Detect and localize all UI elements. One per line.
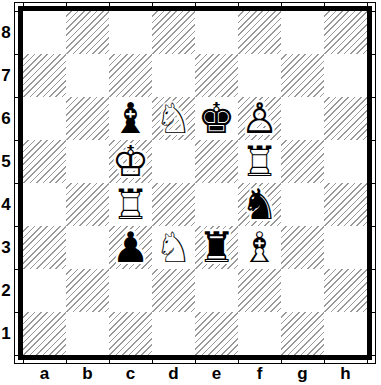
square-a2[interactable] [23, 269, 66, 312]
square-d5[interactable] [152, 140, 195, 183]
board-inner-frame: ♝♘♚♙♔♖♖♞♟♘♜♗ [18, 6, 372, 360]
grid-tick [15, 312, 18, 313]
piece-white-rook[interactable]: ♖ [112, 184, 150, 226]
grid-tick [372, 269, 375, 270]
piece-white-knight[interactable]: ♘ [155, 227, 193, 269]
grid-tick [372, 11, 375, 12]
square-e8[interactable] [195, 11, 238, 54]
grid-tick [23, 360, 24, 363]
square-b7[interactable] [66, 54, 109, 97]
piece-black-king[interactable]: ♚ [198, 98, 236, 140]
square-f6[interactable]: ♙ [238, 97, 281, 140]
square-a7[interactable] [23, 54, 66, 97]
grid-tick [15, 183, 18, 184]
grid-tick [15, 54, 18, 55]
square-h3[interactable] [324, 226, 367, 269]
square-e3[interactable]: ♜ [195, 226, 238, 269]
grid-tick [372, 140, 375, 141]
file-label-e: e [195, 364, 238, 385]
grid-tick [195, 360, 196, 363]
square-h4[interactable] [324, 183, 367, 226]
square-c1[interactable] [109, 312, 152, 355]
rank-label-6: 6 [0, 97, 12, 140]
piece-white-king[interactable]: ♔ [112, 141, 150, 183]
square-g2[interactable] [281, 269, 324, 312]
square-b1[interactable] [66, 312, 109, 355]
square-g6[interactable] [281, 97, 324, 140]
square-c8[interactable] [109, 11, 152, 54]
grid-tick [195, 3, 196, 6]
grid-tick [372, 183, 375, 184]
square-f5[interactable]: ♖ [238, 140, 281, 183]
rank-label-8: 8 [0, 11, 12, 54]
square-a1[interactable] [23, 312, 66, 355]
square-f8[interactable] [238, 11, 281, 54]
grid-tick [15, 355, 18, 356]
square-e1[interactable] [195, 312, 238, 355]
grid-tick [15, 140, 18, 141]
square-g1[interactable] [281, 312, 324, 355]
board-outer-frame: ♝♘♚♙♔♖♖♞♟♘♜♗ [14, 2, 376, 364]
square-h7[interactable] [324, 54, 367, 97]
square-f7[interactable] [238, 54, 281, 97]
grid-tick [372, 226, 375, 227]
grid-tick [15, 269, 18, 270]
square-e4[interactable] [195, 183, 238, 226]
square-f1[interactable] [238, 312, 281, 355]
square-c5[interactable]: ♔ [109, 140, 152, 183]
rank-label-4: 4 [0, 183, 12, 226]
file-label-c: c [109, 364, 152, 385]
grid-tick [372, 54, 375, 55]
grid-tick [15, 11, 18, 12]
square-h2[interactable] [324, 269, 367, 312]
grid-tick [324, 3, 325, 6]
square-c6[interactable]: ♝ [109, 97, 152, 140]
square-f3[interactable]: ♗ [238, 226, 281, 269]
grid-tick [109, 360, 110, 363]
square-e2[interactable] [195, 269, 238, 312]
square-g5[interactable] [281, 140, 324, 183]
file-label-b: b [66, 364, 109, 385]
square-b3[interactable] [66, 226, 109, 269]
square-e6[interactable]: ♚ [195, 97, 238, 140]
grid-tick [324, 360, 325, 363]
grid-tick [109, 3, 110, 6]
grid-tick [66, 360, 67, 363]
grid-tick [15, 97, 18, 98]
square-h8[interactable] [324, 11, 367, 54]
file-label-g: g [281, 364, 324, 385]
square-c7[interactable] [109, 54, 152, 97]
piece-white-rook[interactable]: ♖ [241, 141, 279, 183]
rank-label-7: 7 [0, 54, 12, 97]
rank-label-2: 2 [0, 269, 12, 312]
square-h6[interactable] [324, 97, 367, 140]
chess-diagram: ♝♘♚♙♔♖♖♞♟♘♜♗ 87654321 abcdefgh [0, 0, 381, 385]
grid-tick [281, 360, 282, 363]
square-g3[interactable] [281, 226, 324, 269]
grid-tick [238, 360, 239, 363]
square-f4[interactable]: ♞ [238, 183, 281, 226]
piece-black-rook[interactable]: ♜ [198, 227, 236, 269]
grid-tick [372, 312, 375, 313]
square-d7[interactable] [152, 54, 195, 97]
square-b6[interactable] [66, 97, 109, 140]
square-d2[interactable] [152, 269, 195, 312]
grid-tick [66, 3, 67, 6]
piece-white-pawn[interactable]: ♙ [241, 98, 279, 140]
file-label-h: h [324, 364, 367, 385]
grid-tick [15, 226, 18, 227]
square-a8[interactable] [23, 11, 66, 54]
square-g7[interactable] [281, 54, 324, 97]
square-b4[interactable] [66, 183, 109, 226]
piece-black-pawn[interactable]: ♟ [112, 227, 150, 269]
square-d3[interactable]: ♘ [152, 226, 195, 269]
square-d4[interactable] [152, 183, 195, 226]
square-e7[interactable] [195, 54, 238, 97]
file-label-d: d [152, 364, 195, 385]
square-e5[interactable] [195, 140, 238, 183]
square-b2[interactable] [66, 269, 109, 312]
rank-label-1: 1 [0, 312, 12, 355]
rank-label-5: 5 [0, 140, 12, 183]
piece-black-bishop[interactable]: ♝ [112, 98, 150, 140]
file-label-f: f [238, 364, 281, 385]
grid-tick [372, 97, 375, 98]
square-a6[interactable] [23, 97, 66, 140]
square-f2[interactable] [238, 269, 281, 312]
grid-tick [23, 3, 24, 6]
square-c4[interactable]: ♖ [109, 183, 152, 226]
piece-white-bishop[interactable]: ♗ [241, 227, 279, 269]
chess-board[interactable]: ♝♘♚♙♔♖♖♞♟♘♜♗ [23, 11, 367, 355]
square-h1[interactable] [324, 312, 367, 355]
square-h5[interactable] [324, 140, 367, 183]
grid-tick [238, 3, 239, 6]
piece-black-knight[interactable]: ♞ [241, 184, 279, 226]
grid-tick [372, 355, 375, 356]
square-d6[interactable]: ♘ [152, 97, 195, 140]
square-c3[interactable]: ♟ [109, 226, 152, 269]
square-b8[interactable] [66, 11, 109, 54]
grid-tick [367, 3, 368, 6]
square-d8[interactable] [152, 11, 195, 54]
grid-tick [281, 3, 282, 6]
square-d1[interactable] [152, 312, 195, 355]
rank-label-3: 3 [0, 226, 12, 269]
grid-tick [367, 360, 368, 363]
square-g8[interactable] [281, 11, 324, 54]
piece-white-knight[interactable]: ♘ [155, 98, 193, 140]
square-c2[interactable] [109, 269, 152, 312]
square-b5[interactable] [66, 140, 109, 183]
square-a5[interactable] [23, 140, 66, 183]
square-a4[interactable] [23, 183, 66, 226]
grid-tick [152, 360, 153, 363]
square-a3[interactable] [23, 226, 66, 269]
file-label-a: a [23, 364, 66, 385]
grid-tick [152, 3, 153, 6]
square-g4[interactable] [281, 183, 324, 226]
